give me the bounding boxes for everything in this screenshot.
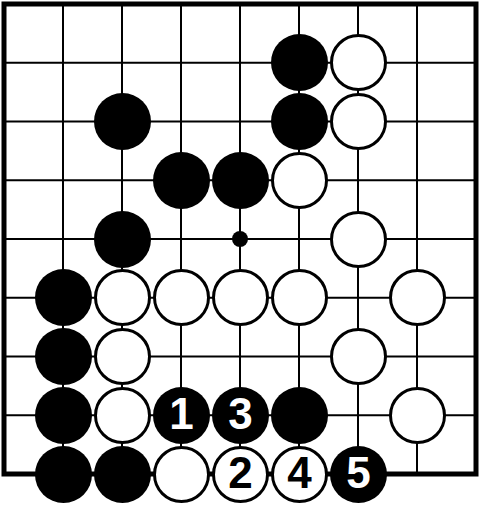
intersection bbox=[34, 327, 93, 386]
go-board: 13245 bbox=[0, 0, 480, 503]
intersection bbox=[93, 92, 152, 151]
stone-white bbox=[271, 269, 328, 326]
stone-black bbox=[271, 387, 328, 444]
intersection bbox=[93, 210, 152, 269]
intersection bbox=[93, 445, 152, 504]
stone-white bbox=[94, 387, 151, 444]
stone-black bbox=[271, 93, 328, 150]
move-number: 5 bbox=[346, 451, 369, 495]
intersection bbox=[270, 33, 329, 92]
intersection: 5 bbox=[329, 445, 388, 504]
intersection bbox=[270, 151, 329, 210]
intersection: 1 bbox=[152, 386, 211, 445]
move-number: 3 bbox=[228, 392, 251, 436]
intersection: 3 bbox=[211, 386, 270, 445]
stone-white bbox=[153, 269, 210, 326]
intersection bbox=[211, 268, 270, 327]
intersection bbox=[93, 327, 152, 386]
stone-white-move-2: 2 bbox=[212, 446, 269, 503]
intersection bbox=[270, 92, 329, 151]
stone-white bbox=[153, 446, 210, 503]
go-diagram: 13245 bbox=[0, 0, 480, 505]
stone-white bbox=[94, 269, 151, 326]
stone-black-move-5: 5 bbox=[330, 446, 387, 503]
stone-black bbox=[35, 269, 92, 326]
intersection bbox=[93, 386, 152, 445]
intersection bbox=[388, 386, 447, 445]
stone-black bbox=[35, 446, 92, 503]
stone-white bbox=[330, 328, 387, 385]
intersection bbox=[270, 386, 329, 445]
intersection bbox=[34, 386, 93, 445]
star-point bbox=[232, 231, 248, 247]
stone-black bbox=[35, 328, 92, 385]
move-number: 2 bbox=[228, 451, 251, 495]
intersection bbox=[34, 268, 93, 327]
move-number: 1 bbox=[169, 392, 192, 436]
stone-white bbox=[389, 387, 446, 444]
stone-white bbox=[212, 269, 269, 326]
intersection bbox=[329, 210, 388, 269]
stone-black bbox=[94, 446, 151, 503]
intersection bbox=[329, 33, 388, 92]
stone-white bbox=[330, 211, 387, 268]
intersection bbox=[388, 268, 447, 327]
stone-black bbox=[35, 387, 92, 444]
stone-black bbox=[153, 152, 210, 209]
intersection bbox=[152, 268, 211, 327]
stone-white bbox=[330, 34, 387, 91]
intersection bbox=[211, 151, 270, 210]
stone-white bbox=[330, 93, 387, 150]
stone-black bbox=[94, 211, 151, 268]
stone-black-move-1: 1 bbox=[153, 387, 210, 444]
intersection bbox=[93, 268, 152, 327]
intersection: 2 bbox=[211, 445, 270, 504]
stone-white bbox=[94, 328, 151, 385]
intersection bbox=[152, 151, 211, 210]
intersection bbox=[34, 445, 93, 504]
star-point-cell bbox=[211, 210, 270, 269]
intersection bbox=[270, 268, 329, 327]
stone-black bbox=[212, 152, 269, 209]
move-number: 4 bbox=[287, 451, 310, 495]
stone-black bbox=[94, 93, 151, 150]
stone-white bbox=[389, 269, 446, 326]
stone-white-move-4: 4 bbox=[271, 446, 328, 503]
intersection bbox=[329, 327, 388, 386]
stone-black bbox=[271, 34, 328, 91]
intersection bbox=[152, 445, 211, 504]
intersection bbox=[329, 92, 388, 151]
stone-black-move-3: 3 bbox=[212, 387, 269, 444]
intersection: 4 bbox=[270, 445, 329, 504]
stone-white bbox=[271, 152, 328, 209]
